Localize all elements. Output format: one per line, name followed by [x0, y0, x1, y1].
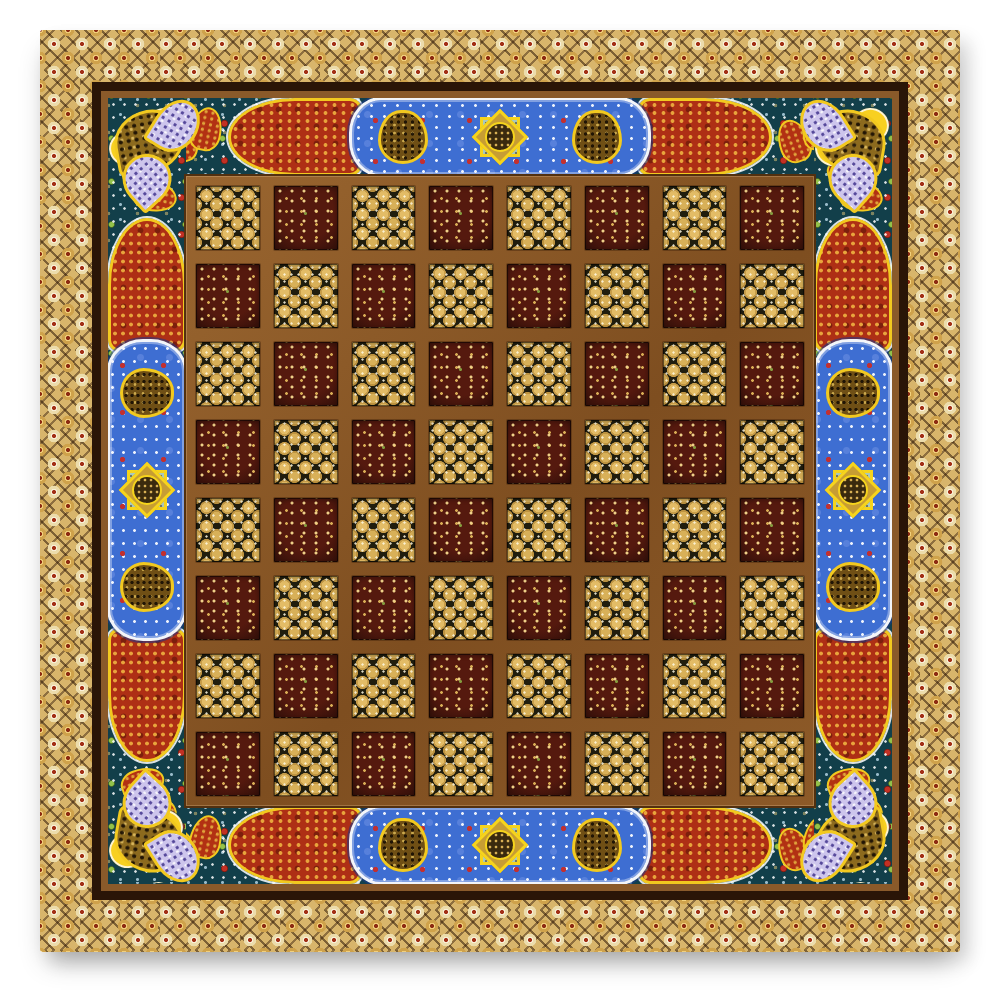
corner-paisley-cluster-top-left: [106, 96, 218, 208]
star-core: [838, 475, 868, 505]
gold-shrub-icon: [572, 818, 622, 872]
gold-shrub-icon: [378, 818, 428, 872]
corner-paisley-cluster-bottom-left: [106, 774, 218, 886]
eight-point-star-icon: [471, 108, 529, 166]
blue-medallion-cartouche: [349, 98, 651, 176]
square-f6[interactable]: [585, 342, 649, 406]
square-f8[interactable]: [585, 186, 649, 250]
square-d8[interactable]: [429, 186, 493, 250]
square-f3[interactable]: [585, 576, 649, 640]
square-d6[interactable]: [429, 342, 493, 406]
square-h5[interactable]: [740, 420, 804, 484]
square-a4[interactable]: [196, 498, 260, 562]
square-g7[interactable]: [663, 264, 727, 328]
square-d7[interactable]: [429, 264, 493, 328]
square-c8[interactable]: [352, 186, 416, 250]
square-b3[interactable]: [274, 576, 338, 640]
painted-border-top: [108, 98, 892, 176]
square-h7[interactable]: [740, 264, 804, 328]
corner-paisley-cluster-bottom-right: [782, 774, 894, 886]
square-c2[interactable]: [352, 654, 416, 718]
square-d1[interactable]: [429, 732, 493, 796]
square-h6[interactable]: [740, 342, 804, 406]
square-g3[interactable]: [663, 576, 727, 640]
chessboard: [40, 30, 960, 952]
square-f2[interactable]: [585, 654, 649, 718]
red-scroll-ornament: [814, 628, 892, 762]
blue-medallion-cartouche: [814, 339, 892, 641]
square-h4[interactable]: [740, 498, 804, 562]
star-core: [132, 475, 162, 505]
square-g2[interactable]: [663, 654, 727, 718]
square-e7[interactable]: [507, 264, 571, 328]
square-a6[interactable]: [196, 342, 260, 406]
square-g4[interactable]: [663, 498, 727, 562]
gold-shrub-icon: [120, 368, 174, 418]
square-h3[interactable]: [740, 576, 804, 640]
red-scroll-ornament: [108, 218, 186, 352]
square-d5[interactable]: [429, 420, 493, 484]
blue-medallion-cartouche: [349, 806, 651, 884]
playing-area-frame: [184, 174, 816, 808]
square-e1[interactable]: [507, 732, 571, 796]
gold-shrub-icon: [378, 110, 428, 164]
square-a2[interactable]: [196, 654, 260, 718]
red-scroll-ornament: [638, 98, 772, 176]
square-b4[interactable]: [274, 498, 338, 562]
painted-border-left: [108, 98, 186, 882]
square-g8[interactable]: [663, 186, 727, 250]
square-c7[interactable]: [352, 264, 416, 328]
square-b7[interactable]: [274, 264, 338, 328]
square-c4[interactable]: [352, 498, 416, 562]
red-scroll-ornament: [228, 806, 362, 884]
corner-paisley-cluster-top-right: [782, 96, 894, 208]
square-b1[interactable]: [274, 732, 338, 796]
border-ornaments-bottom: [108, 806, 892, 884]
border-ornaments-left: [108, 98, 186, 882]
border-ornaments-right: [814, 98, 892, 882]
gold-shrub-icon: [120, 562, 174, 612]
square-c6[interactable]: [352, 342, 416, 406]
square-g1[interactable]: [663, 732, 727, 796]
square-b6[interactable]: [274, 342, 338, 406]
border-ornaments-top: [108, 98, 892, 176]
square-g5[interactable]: [663, 420, 727, 484]
square-f7[interactable]: [585, 264, 649, 328]
blue-medallion-cartouche: [108, 339, 186, 641]
gold-shrub-icon: [572, 110, 622, 164]
square-g6[interactable]: [663, 342, 727, 406]
square-f5[interactable]: [585, 420, 649, 484]
square-e5[interactable]: [507, 420, 571, 484]
square-f4[interactable]: [585, 498, 649, 562]
red-scroll-ornament: [108, 628, 186, 762]
square-c3[interactable]: [352, 576, 416, 640]
square-a7[interactable]: [196, 264, 260, 328]
square-e3[interactable]: [507, 576, 571, 640]
eight-point-star-icon: [471, 816, 529, 874]
painted-border-bottom: [108, 806, 892, 884]
star-core: [485, 830, 515, 860]
square-a5[interactable]: [196, 420, 260, 484]
star-core: [485, 122, 515, 152]
square-e6[interactable]: [507, 342, 571, 406]
board-grid: [196, 186, 804, 796]
square-b8[interactable]: [274, 186, 338, 250]
square-a3[interactable]: [196, 576, 260, 640]
square-d4[interactable]: [429, 498, 493, 562]
square-e4[interactable]: [507, 498, 571, 562]
gold-shrub-icon: [826, 562, 880, 612]
square-c1[interactable]: [352, 732, 416, 796]
eight-point-star-icon: [824, 461, 882, 519]
square-b5[interactable]: [274, 420, 338, 484]
eight-point-star-icon: [118, 461, 176, 519]
painted-border-right: [814, 98, 892, 882]
square-d3[interactable]: [429, 576, 493, 640]
red-scroll-ornament: [638, 806, 772, 884]
square-e2[interactable]: [507, 654, 571, 718]
red-scroll-ornament: [814, 218, 892, 352]
square-h2[interactable]: [740, 654, 804, 718]
square-f1[interactable]: [585, 732, 649, 796]
gold-shrub-icon: [826, 368, 880, 418]
square-e8[interactable]: [507, 186, 571, 250]
square-c5[interactable]: [352, 420, 416, 484]
square-b2[interactable]: [274, 654, 338, 718]
photo-background: [0, 0, 1000, 1000]
square-d2[interactable]: [429, 654, 493, 718]
red-scroll-ornament: [228, 98, 362, 176]
